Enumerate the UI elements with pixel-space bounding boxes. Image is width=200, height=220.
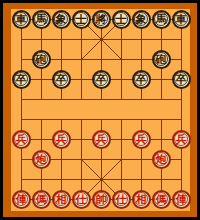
- red-cannon-b[interactable]: 炮: [32, 150, 51, 169]
- black-soldier-a[interactable]: 卒: [12, 70, 31, 89]
- red-soldier-a[interactable]: 兵: [12, 130, 31, 149]
- black-soldier-e[interactable]: 卒: [92, 70, 111, 89]
- black-soldier-c[interactable]: 卒: [52, 70, 71, 89]
- piece-glyph: 傌: [156, 193, 167, 204]
- board-grid: [11, 9, 190, 211]
- piece-glyph: 砲: [36, 53, 47, 64]
- piece-glyph: 仕: [76, 193, 87, 204]
- piece-glyph: 炮: [156, 153, 167, 164]
- red-elephant-c[interactable]: 相: [52, 190, 71, 209]
- piece-glyph: 兵: [136, 133, 147, 144]
- piece-glyph: 砲: [156, 53, 167, 64]
- piece-glyph: 卒: [176, 73, 187, 84]
- piece-glyph: 俥: [176, 193, 187, 204]
- red-elephant-g[interactable]: 相: [132, 190, 151, 209]
- board-surface[interactable]: [11, 9, 190, 211]
- piece-glyph: 兵: [96, 133, 107, 144]
- piece-glyph: 兵: [176, 133, 187, 144]
- black-general-e[interactable]: 將: [92, 10, 111, 29]
- red-chariot-a[interactable]: 俥: [12, 190, 31, 209]
- piece-glyph: 仕: [116, 193, 127, 204]
- black-chariot-i[interactable]: 車: [172, 10, 191, 29]
- black-cannon-b[interactable]: 砲: [32, 50, 51, 69]
- black-elephant-c[interactable]: 象: [52, 10, 71, 29]
- red-chariot-i[interactable]: 俥: [172, 190, 191, 209]
- black-cannon-h[interactable]: 砲: [152, 50, 171, 69]
- piece-glyph: 相: [56, 193, 67, 204]
- piece-glyph: 相: [136, 193, 147, 204]
- piece-glyph: 兵: [16, 133, 27, 144]
- red-soldier-e[interactable]: 兵: [92, 130, 111, 149]
- piece-glyph: 帥: [96, 193, 107, 204]
- black-advisor-d[interactable]: 士: [72, 10, 91, 29]
- red-soldier-c[interactable]: 兵: [52, 130, 71, 149]
- xiangqi-app: 車馬象士將士象馬車砲砲卒卒卒卒卒兵兵兵兵兵炮炮俥傌相仕帥仕相傌俥: [0, 0, 200, 220]
- black-soldier-g[interactable]: 卒: [132, 70, 151, 89]
- piece-glyph: 卒: [16, 73, 27, 84]
- piece-glyph: 馬: [36, 13, 47, 24]
- piece-glyph: 象: [136, 13, 147, 24]
- black-horse-h[interactable]: 馬: [152, 10, 171, 29]
- black-horse-b[interactable]: 馬: [32, 10, 51, 29]
- piece-glyph: 士: [76, 13, 87, 24]
- piece-glyph: 俥: [16, 193, 27, 204]
- piece-glyph: 卒: [136, 73, 147, 84]
- piece-glyph: 馬: [156, 13, 167, 24]
- red-horse-h[interactable]: 傌: [152, 190, 171, 209]
- piece-glyph: 卒: [56, 73, 67, 84]
- piece-glyph: 車: [176, 13, 187, 24]
- piece-glyph: 將: [96, 13, 107, 24]
- piece-glyph: 車: [16, 13, 27, 24]
- red-soldier-g[interactable]: 兵: [132, 130, 151, 149]
- black-chariot-a[interactable]: 車: [12, 10, 31, 29]
- piece-glyph: 兵: [56, 133, 67, 144]
- red-soldier-i[interactable]: 兵: [172, 130, 191, 149]
- piece-glyph: 士: [116, 13, 127, 24]
- black-elephant-g[interactable]: 象: [132, 10, 151, 29]
- black-soldier-i[interactable]: 卒: [172, 70, 191, 89]
- red-advisor-d[interactable]: 仕: [72, 190, 91, 209]
- red-general-e[interactable]: 帥: [92, 190, 111, 209]
- piece-glyph: 卒: [96, 73, 107, 84]
- piece-glyph: 傌: [36, 193, 47, 204]
- red-cannon-h[interactable]: 炮: [152, 150, 171, 169]
- red-horse-b[interactable]: 傌: [32, 190, 51, 209]
- red-advisor-f[interactable]: 仕: [112, 190, 131, 209]
- piece-glyph: 象: [56, 13, 67, 24]
- black-advisor-f[interactable]: 士: [112, 10, 131, 29]
- piece-glyph: 炮: [36, 153, 47, 164]
